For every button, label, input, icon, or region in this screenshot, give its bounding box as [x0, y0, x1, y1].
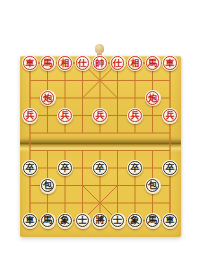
piece-glyph: 將 [96, 216, 105, 225]
piece-red-相[interactable]: 相 [56, 54, 74, 72]
piece-glyph: 炮 [43, 94, 52, 103]
piece-black-車[interactable]: 車 [161, 212, 179, 230]
piece-disc: 馬 [40, 213, 56, 229]
piece-disc: 帥 [92, 55, 108, 71]
piece-glyph: 兵 [26, 111, 35, 120]
piece-black-象[interactable]: 象 [126, 212, 144, 230]
piece-red-馬[interactable]: 馬 [144, 54, 162, 72]
piece-black-包[interactable]: 包 [39, 177, 57, 195]
piece-disc: 卒 [162, 160, 178, 176]
piece-disc: 象 [57, 213, 73, 229]
piece-grid: 車馬相仕帥仕相馬車炮炮兵兵兵兵兵卒卒卒卒卒包包車馬象士將士象馬車 [21, 54, 179, 229]
piece-black-卒[interactable]: 卒 [161, 159, 179, 177]
piece-black-卒[interactable]: 卒 [91, 159, 109, 177]
piece-black-士[interactable]: 士 [109, 212, 127, 230]
piece-disc: 包 [145, 178, 161, 194]
piece-black-卒[interactable]: 卒 [21, 159, 39, 177]
piece-black-象[interactable]: 象 [56, 212, 74, 230]
piece-disc: 車 [162, 55, 178, 71]
piece-glyph: 卒 [131, 164, 140, 173]
piece-glyph: 車 [26, 216, 35, 225]
piece-red-兵[interactable]: 兵 [21, 107, 39, 125]
piece-disc: 卒 [127, 160, 143, 176]
piece-glyph: 士 [78, 216, 87, 225]
piece-glyph: 仕 [78, 59, 87, 68]
piece-black-馬[interactable]: 馬 [144, 212, 162, 230]
piece-disc: 卒 [92, 160, 108, 176]
piece-disc: 兵 [92, 108, 108, 124]
piece-glyph: 兵 [96, 111, 105, 120]
piece-glyph: 馬 [148, 59, 157, 68]
piece-glyph: 象 [61, 216, 70, 225]
piece-red-仕[interactable]: 仕 [74, 54, 92, 72]
piece-red-兵[interactable]: 兵 [161, 107, 179, 125]
piece-red-炮[interactable]: 炮 [144, 89, 162, 107]
piece-glyph: 卒 [166, 164, 175, 173]
piece-black-包[interactable]: 包 [144, 177, 162, 195]
piece-disc: 兵 [22, 108, 38, 124]
piece-black-卒[interactable]: 卒 [56, 159, 74, 177]
piece-glyph: 帥 [96, 59, 105, 68]
piece-disc: 炮 [145, 90, 161, 106]
piece-disc: 馬 [40, 55, 56, 71]
piece-glyph: 仕 [113, 59, 122, 68]
piece-disc: 車 [162, 213, 178, 229]
piece-disc: 兵 [162, 108, 178, 124]
piece-glyph: 卒 [61, 164, 70, 173]
piece-disc: 包 [40, 178, 56, 194]
piece-glyph: 馬 [43, 59, 52, 68]
piece-disc: 相 [57, 55, 73, 71]
piece-glyph: 相 [61, 59, 70, 68]
piece-red-兵[interactable]: 兵 [126, 107, 144, 125]
piece-disc: 相 [127, 55, 143, 71]
piece-black-馬[interactable]: 馬 [39, 212, 57, 230]
piece-red-相[interactable]: 相 [126, 54, 144, 72]
piece-disc: 將 [92, 213, 108, 229]
piece-glyph: 車 [166, 59, 175, 68]
piece-disc: 馬 [145, 55, 161, 71]
piece-disc: 炮 [40, 90, 56, 106]
piece-glyph: 炮 [148, 94, 157, 103]
piece-red-兵[interactable]: 兵 [91, 107, 109, 125]
piece-red-馬[interactable]: 馬 [39, 54, 57, 72]
piece-glyph: 兵 [131, 111, 140, 120]
piece-red-兵[interactable]: 兵 [56, 107, 74, 125]
piece-glyph: 兵 [166, 111, 175, 120]
piece-glyph: 馬 [43, 216, 52, 225]
piece-black-車[interactable]: 車 [21, 212, 39, 230]
piece-black-士[interactable]: 士 [74, 212, 92, 230]
piece-glyph: 象 [131, 216, 140, 225]
piece-red-仕[interactable]: 仕 [109, 54, 127, 72]
piece-glyph: 包 [148, 181, 157, 190]
piece-disc: 車 [22, 55, 38, 71]
piece-glyph: 馬 [148, 216, 157, 225]
piece-red-炮[interactable]: 炮 [39, 89, 57, 107]
piece-disc: 卒 [22, 160, 38, 176]
piece-glyph: 兵 [61, 111, 70, 120]
piece-red-車[interactable]: 車 [161, 54, 179, 72]
piece-disc: 兵 [57, 108, 73, 124]
piece-disc: 馬 [145, 213, 161, 229]
piece-glyph: 包 [43, 181, 52, 190]
piece-glyph: 車 [26, 59, 35, 68]
piece-disc: 車 [22, 213, 38, 229]
piece-glyph: 士 [113, 216, 122, 225]
piece-glyph: 卒 [96, 164, 105, 173]
piece-disc: 仕 [110, 55, 126, 71]
product-photo: 車馬相仕帥仕相馬車炮炮兵兵兵兵兵卒卒卒卒卒包包車馬象士將士象馬車 [0, 0, 200, 280]
piece-black-將[interactable]: 將 [91, 212, 109, 230]
piece-glyph: 車 [166, 216, 175, 225]
piece-glyph: 相 [131, 59, 140, 68]
piece-glyph: 卒 [26, 164, 35, 173]
piece-disc: 仕 [75, 55, 91, 71]
piece-red-車[interactable]: 車 [21, 54, 39, 72]
piece-disc: 卒 [57, 160, 73, 176]
piece-black-卒[interactable]: 卒 [126, 159, 144, 177]
piece-disc: 兵 [127, 108, 143, 124]
piece-disc: 士 [110, 213, 126, 229]
piece-disc: 士 [75, 213, 91, 229]
piece-red-帥[interactable]: 帥 [91, 54, 109, 72]
piece-disc: 象 [127, 213, 143, 229]
